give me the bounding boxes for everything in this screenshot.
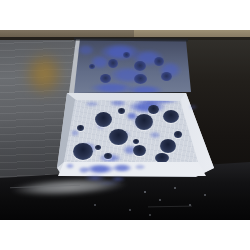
scratch: [10, 185, 80, 189]
scratch: [148, 205, 192, 207]
photo-canvas: [0, 0, 250, 250]
bench-scratch-layer: [0, 30, 250, 220]
photo-area: [0, 30, 250, 220]
